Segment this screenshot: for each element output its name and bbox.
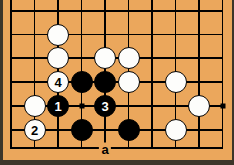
star-point-marker xyxy=(220,104,225,109)
black-stone xyxy=(118,119,140,141)
black-stone xyxy=(94,71,116,93)
frame-left-edge xyxy=(0,0,3,165)
board-bottom-edge-line xyxy=(10,147,223,149)
grid-line-col-1 xyxy=(10,0,12,149)
grid-line-col-7 xyxy=(151,0,153,149)
white-stone-move-2: 2 xyxy=(24,119,46,141)
go-diagram-screenshot: 4132a xyxy=(0,0,234,165)
black-stone xyxy=(71,71,93,93)
grid-line-col-9 xyxy=(198,0,200,149)
black-stone-move-3: 3 xyxy=(94,95,116,117)
white-stone xyxy=(47,24,69,46)
white-stone-move-4: 4 xyxy=(47,71,69,93)
black-stone xyxy=(71,119,93,141)
black-stone-move-1: 1 xyxy=(47,95,69,117)
frame-right-edge xyxy=(232,0,234,165)
move-number-label: 3 xyxy=(101,100,108,113)
star-point-marker xyxy=(79,104,84,109)
move-number-label: 2 xyxy=(31,124,38,137)
white-stone xyxy=(94,47,116,69)
white-stone xyxy=(118,47,140,69)
point-label-a: a xyxy=(99,142,111,155)
white-stone xyxy=(165,119,187,141)
go-board: 4132a xyxy=(0,0,234,165)
white-stone xyxy=(118,71,140,93)
grid-line-row-2 xyxy=(10,34,223,36)
grid-line-col-10 xyxy=(222,0,224,149)
white-stone xyxy=(165,71,187,93)
move-number-label: 4 xyxy=(54,76,61,89)
grid-line-row-1 xyxy=(10,10,223,12)
white-stone xyxy=(47,47,69,69)
white-stone xyxy=(24,95,46,117)
move-number-label: 1 xyxy=(54,100,61,113)
white-stone xyxy=(188,95,210,117)
frame-bottom-edge xyxy=(0,160,234,165)
